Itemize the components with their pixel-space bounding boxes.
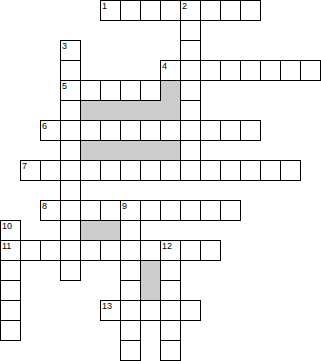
cell[interactable] bbox=[80, 80, 101, 101]
cell[interactable] bbox=[120, 200, 141, 221]
cell[interactable] bbox=[40, 240, 61, 261]
cell[interactable] bbox=[80, 200, 101, 221]
cell[interactable] bbox=[240, 60, 261, 81]
cell[interactable] bbox=[180, 160, 201, 181]
cell[interactable] bbox=[180, 0, 201, 21]
cell[interactable] bbox=[180, 140, 201, 161]
cell[interactable] bbox=[40, 120, 61, 141]
cell[interactable] bbox=[60, 60, 81, 81]
cell[interactable] bbox=[200, 0, 221, 21]
cell[interactable] bbox=[100, 80, 121, 101]
cell[interactable] bbox=[160, 0, 181, 21]
blocked-cell bbox=[160, 100, 181, 121]
cell[interactable] bbox=[20, 240, 41, 261]
cell[interactable] bbox=[300, 60, 321, 81]
cell[interactable] bbox=[200, 60, 221, 81]
cell[interactable] bbox=[120, 340, 141, 361]
cell[interactable] bbox=[60, 220, 81, 241]
blocked-cell bbox=[160, 80, 181, 101]
cell[interactable] bbox=[80, 240, 101, 261]
cell[interactable] bbox=[140, 200, 161, 221]
cell[interactable] bbox=[40, 160, 61, 181]
cell[interactable] bbox=[160, 200, 181, 221]
blocked-cell bbox=[100, 140, 121, 161]
blocked-cell bbox=[80, 100, 101, 121]
blocked-cell bbox=[80, 220, 101, 241]
cell[interactable] bbox=[180, 120, 201, 141]
cell[interactable] bbox=[140, 0, 161, 21]
cell[interactable] bbox=[80, 120, 101, 141]
cell[interactable] bbox=[180, 60, 201, 81]
cell[interactable] bbox=[0, 240, 21, 261]
blocked-cell bbox=[120, 100, 141, 121]
cell[interactable] bbox=[140, 240, 161, 261]
cell[interactable] bbox=[260, 60, 281, 81]
cell[interactable] bbox=[120, 220, 141, 241]
cell[interactable] bbox=[120, 300, 141, 321]
cell[interactable] bbox=[140, 300, 161, 321]
cell[interactable] bbox=[120, 320, 141, 341]
cell[interactable] bbox=[180, 20, 201, 41]
cell[interactable] bbox=[120, 160, 141, 181]
cell[interactable] bbox=[220, 200, 241, 221]
cell[interactable] bbox=[60, 140, 81, 161]
cell[interactable] bbox=[120, 240, 141, 261]
cell[interactable] bbox=[180, 200, 201, 221]
cell[interactable] bbox=[60, 180, 81, 201]
cell[interactable] bbox=[240, 120, 261, 141]
blocked-cell bbox=[140, 280, 161, 301]
cell[interactable] bbox=[160, 340, 181, 361]
blocked-cell bbox=[100, 100, 121, 121]
cell[interactable] bbox=[220, 0, 241, 21]
cell[interactable] bbox=[160, 60, 181, 81]
cell[interactable] bbox=[60, 160, 81, 181]
cell[interactable] bbox=[220, 160, 241, 181]
cell[interactable] bbox=[120, 120, 141, 141]
cell[interactable] bbox=[140, 160, 161, 181]
cell[interactable] bbox=[120, 0, 141, 21]
cell[interactable] bbox=[220, 120, 241, 141]
cell[interactable] bbox=[180, 300, 201, 321]
cell[interactable] bbox=[0, 280, 21, 301]
cell[interactable] bbox=[160, 300, 181, 321]
cell[interactable] bbox=[60, 40, 81, 61]
cell[interactable] bbox=[60, 80, 81, 101]
cell[interactable] bbox=[100, 200, 121, 221]
cell[interactable] bbox=[160, 320, 181, 341]
cell[interactable] bbox=[120, 80, 141, 101]
cell[interactable] bbox=[0, 320, 21, 341]
cell[interactable] bbox=[280, 60, 301, 81]
cell[interactable] bbox=[200, 240, 221, 261]
cell[interactable] bbox=[280, 160, 301, 181]
cell[interactable] bbox=[100, 240, 121, 261]
cell[interactable] bbox=[160, 280, 181, 301]
cell[interactable] bbox=[160, 160, 181, 181]
blocked-cell bbox=[140, 260, 161, 281]
blocked-cell bbox=[100, 220, 121, 241]
blocked-cell bbox=[80, 140, 101, 161]
cell[interactable] bbox=[140, 80, 161, 101]
cell[interactable] bbox=[100, 160, 121, 181]
cell[interactable] bbox=[120, 260, 141, 281]
cell[interactable] bbox=[0, 300, 21, 321]
cell[interactable] bbox=[220, 60, 241, 81]
blocked-cell bbox=[120, 140, 141, 161]
cell[interactable] bbox=[140, 120, 161, 141]
cell[interactable] bbox=[240, 160, 261, 181]
cell[interactable] bbox=[180, 80, 201, 101]
cell[interactable] bbox=[160, 260, 181, 281]
cell[interactable] bbox=[100, 0, 121, 21]
cell[interactable] bbox=[20, 160, 41, 181]
cell[interactable] bbox=[60, 260, 81, 281]
cell[interactable] bbox=[180, 100, 201, 121]
cell[interactable] bbox=[60, 240, 81, 261]
cell[interactable] bbox=[100, 120, 121, 141]
cell[interactable] bbox=[180, 240, 201, 261]
cell[interactable] bbox=[60, 120, 81, 141]
blocked-cell bbox=[160, 140, 181, 161]
cell[interactable] bbox=[240, 0, 261, 21]
cell[interactable] bbox=[200, 160, 221, 181]
cell[interactable] bbox=[120, 280, 141, 301]
cell[interactable] bbox=[160, 240, 181, 261]
cell[interactable] bbox=[0, 220, 21, 241]
cell[interactable] bbox=[0, 260, 21, 281]
cell[interactable] bbox=[60, 200, 81, 221]
cell[interactable] bbox=[80, 160, 101, 181]
crossword-board: 12345678910111213 bbox=[0, 0, 321, 361]
cell[interactable] bbox=[260, 160, 281, 181]
cell[interactable] bbox=[200, 200, 221, 221]
cell[interactable] bbox=[200, 120, 221, 141]
cell[interactable] bbox=[100, 300, 121, 321]
blocked-cell bbox=[140, 100, 161, 121]
cell[interactable] bbox=[40, 200, 61, 221]
blocked-cell bbox=[140, 140, 161, 161]
cell[interactable] bbox=[180, 40, 201, 61]
cell[interactable] bbox=[160, 120, 181, 141]
cell[interactable] bbox=[60, 100, 81, 121]
